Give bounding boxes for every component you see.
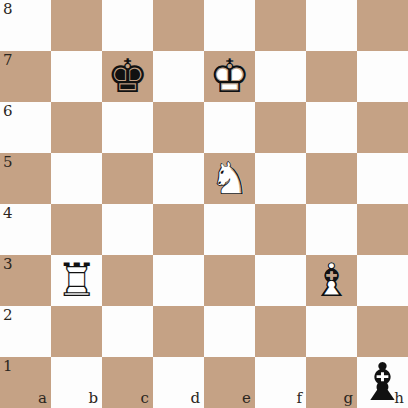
square-a3[interactable]: 3 bbox=[0, 255, 51, 306]
square-b1[interactable]: b bbox=[51, 357, 102, 408]
square-h6[interactable] bbox=[357, 102, 408, 153]
square-h2[interactable] bbox=[357, 306, 408, 357]
square-c3[interactable] bbox=[102, 255, 153, 306]
square-h1[interactable]: h♝ bbox=[357, 357, 408, 408]
rank-label-1: 1 bbox=[3, 359, 13, 374]
square-g1[interactable]: g bbox=[306, 357, 357, 408]
square-a1[interactable]: 1a bbox=[0, 357, 51, 408]
piece-outline-layer: ♔ bbox=[204, 51, 255, 102]
square-h5[interactable] bbox=[357, 153, 408, 204]
square-g5[interactable] bbox=[306, 153, 357, 204]
square-a4[interactable]: 4 bbox=[0, 204, 51, 255]
piece-white-bishop[interactable]: ♝♗ bbox=[306, 255, 357, 306]
file-label-e: e bbox=[242, 391, 251, 406]
square-g3[interactable]: ♝♗ bbox=[306, 255, 357, 306]
square-c8[interactable] bbox=[102, 0, 153, 51]
square-e6[interactable] bbox=[204, 102, 255, 153]
square-a8[interactable]: 8 bbox=[0, 0, 51, 51]
file-label-a: a bbox=[38, 391, 47, 406]
square-d5[interactable] bbox=[153, 153, 204, 204]
square-d4[interactable] bbox=[153, 204, 204, 255]
piece-outline-layer: ♗ bbox=[306, 255, 357, 306]
file-label-c: c bbox=[141, 391, 149, 406]
square-g6[interactable] bbox=[306, 102, 357, 153]
square-f8[interactable] bbox=[255, 0, 306, 51]
square-a5[interactable]: 5 bbox=[0, 153, 51, 204]
square-f2[interactable] bbox=[255, 306, 306, 357]
square-c1[interactable]: c bbox=[102, 357, 153, 408]
square-b6[interactable] bbox=[51, 102, 102, 153]
file-label-f: f bbox=[296, 391, 302, 406]
square-b7[interactable] bbox=[51, 51, 102, 102]
square-b4[interactable] bbox=[51, 204, 102, 255]
square-f1[interactable]: f bbox=[255, 357, 306, 408]
file-label-g: g bbox=[343, 391, 353, 406]
square-d8[interactable] bbox=[153, 0, 204, 51]
piece-white-king[interactable]: ♚♔ bbox=[204, 51, 255, 102]
square-d3[interactable] bbox=[153, 255, 204, 306]
square-d6[interactable] bbox=[153, 102, 204, 153]
chess-board-wrap: 87♚♚♔65♞♘43♜♖♝♗21abcdefgh♝ bbox=[0, 0, 408, 408]
square-e5[interactable]: ♞♘ bbox=[204, 153, 255, 204]
square-a7[interactable]: 7 bbox=[0, 51, 51, 102]
square-e8[interactable] bbox=[204, 0, 255, 51]
square-h4[interactable] bbox=[357, 204, 408, 255]
square-a2[interactable]: 2 bbox=[0, 306, 51, 357]
piece-outline-layer: ♘ bbox=[204, 153, 255, 204]
square-h8[interactable] bbox=[357, 0, 408, 51]
square-e2[interactable] bbox=[204, 306, 255, 357]
square-h7[interactable] bbox=[357, 51, 408, 102]
rank-label-2: 2 bbox=[3, 308, 13, 323]
square-h3[interactable] bbox=[357, 255, 408, 306]
rank-label-8: 8 bbox=[3, 2, 13, 17]
square-c7[interactable]: ♚ bbox=[102, 51, 153, 102]
square-f6[interactable] bbox=[255, 102, 306, 153]
square-a6[interactable]: 6 bbox=[0, 102, 51, 153]
square-f5[interactable] bbox=[255, 153, 306, 204]
file-label-d: d bbox=[190, 391, 200, 406]
square-d7[interactable] bbox=[153, 51, 204, 102]
piece-black-bishop[interactable]: ♝ bbox=[357, 357, 408, 408]
piece-white-knight[interactable]: ♞♘ bbox=[204, 153, 255, 204]
square-f3[interactable] bbox=[255, 255, 306, 306]
square-c2[interactable] bbox=[102, 306, 153, 357]
square-c4[interactable] bbox=[102, 204, 153, 255]
rank-label-7: 7 bbox=[3, 53, 13, 68]
square-e7[interactable]: ♚♔ bbox=[204, 51, 255, 102]
piece-outline-layer: ♖ bbox=[51, 255, 102, 306]
square-b5[interactable] bbox=[51, 153, 102, 204]
chess-board: 87♚♚♔65♞♘43♜♖♝♗21abcdefgh♝ bbox=[0, 0, 408, 408]
square-d1[interactable]: d bbox=[153, 357, 204, 408]
square-b2[interactable] bbox=[51, 306, 102, 357]
square-c6[interactable] bbox=[102, 102, 153, 153]
rank-label-4: 4 bbox=[3, 206, 13, 221]
square-g7[interactable] bbox=[306, 51, 357, 102]
rank-label-6: 6 bbox=[3, 104, 13, 119]
square-e1[interactable]: e bbox=[204, 357, 255, 408]
square-d2[interactable] bbox=[153, 306, 204, 357]
square-g4[interactable] bbox=[306, 204, 357, 255]
square-c5[interactable] bbox=[102, 153, 153, 204]
piece-white-rook[interactable]: ♜♖ bbox=[51, 255, 102, 306]
rank-label-3: 3 bbox=[3, 257, 13, 272]
rank-label-5: 5 bbox=[3, 155, 13, 170]
square-g8[interactable] bbox=[306, 0, 357, 51]
piece-black-king[interactable]: ♚ bbox=[102, 51, 153, 102]
square-g2[interactable] bbox=[306, 306, 357, 357]
square-b8[interactable] bbox=[51, 0, 102, 51]
square-f4[interactable] bbox=[255, 204, 306, 255]
square-b3[interactable]: ♜♖ bbox=[51, 255, 102, 306]
file-label-b: b bbox=[88, 391, 98, 406]
square-f7[interactable] bbox=[255, 51, 306, 102]
square-e3[interactable] bbox=[204, 255, 255, 306]
square-e4[interactable] bbox=[204, 204, 255, 255]
